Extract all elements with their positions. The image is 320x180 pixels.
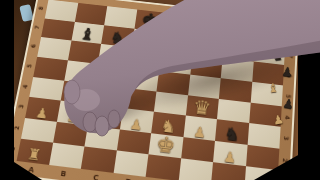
rank-label-left-8: 8 (30, 2, 52, 15)
black-bishop-b7: ♝ (78, 26, 96, 44)
black-knight-c7: ♞ (109, 30, 126, 47)
white-king-e2: ♚ (155, 134, 177, 157)
black-king-d8: ♚ (140, 11, 160, 31)
captured-black-pawn: ♟ (282, 97, 295, 111)
white-pawn-f3: ♟ (193, 124, 207, 139)
black-knight-g3: ♞ (223, 125, 240, 144)
square-d1 (113, 151, 148, 177)
letterbox-left-bar (0, 0, 14, 180)
captured-white-pawn: ♟ (272, 113, 285, 127)
square-e1 (146, 155, 181, 180)
rank-label-left-7: 7 (26, 21, 49, 34)
rank-label-left-6: 6 (22, 40, 45, 53)
rank-label-left-4: 4 (14, 79, 37, 93)
black-bishop-d7: ♝ (139, 32, 157, 50)
rank-label-left-5: 5 (18, 59, 41, 72)
square-f1 (178, 159, 213, 180)
square-b1 (49, 143, 85, 169)
white-knight-e3: ♞ (159, 117, 176, 136)
square-c1 (81, 147, 117, 173)
white-pawn-a3: ♟ (35, 105, 50, 120)
white-rook-a1: ♜ (26, 147, 43, 164)
white-pawn-g2: ♟ (223, 149, 237, 165)
square-g1 (211, 163, 246, 180)
video-frame: ♚♝♞♝♛♟♟♟♞♟♞♚♟♜ ABCDEFGH 87654321 8765432… (0, 0, 320, 180)
